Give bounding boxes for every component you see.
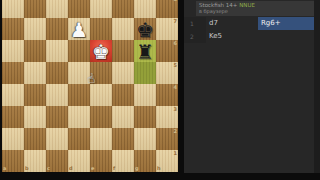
square-a5[interactable] xyxy=(2,62,24,84)
file-label-c: c xyxy=(47,166,50,171)
piece-white-king[interactable]: ♚ xyxy=(90,40,112,62)
square-b8[interactable] xyxy=(24,0,46,18)
square-c3[interactable] xyxy=(46,106,68,128)
square-d2[interactable] xyxy=(68,128,90,150)
square-a4[interactable] xyxy=(2,84,24,106)
rank-label-8: 8 xyxy=(174,0,177,2)
square-b5[interactable] xyxy=(24,62,46,84)
square-f8[interactable] xyxy=(112,0,134,18)
square-f1[interactable]: f xyxy=(112,150,134,172)
square-c8[interactable] xyxy=(46,0,68,18)
square-b3[interactable] xyxy=(24,106,46,128)
square-b2[interactable] xyxy=(24,128,46,150)
square-g5[interactable] xyxy=(134,62,156,84)
square-c4[interactable] xyxy=(46,84,68,106)
rank-label-4: 4 xyxy=(174,85,177,90)
move-row-1: 1d7Rg6+ xyxy=(184,17,314,30)
square-a6[interactable] xyxy=(2,40,24,62)
square-e2[interactable] xyxy=(90,128,112,150)
file-label-a: a xyxy=(3,166,6,171)
file-label-b: b xyxy=(25,166,29,171)
move-row-2: 2Ke5 xyxy=(184,30,314,43)
engine-nnue-badge: NNUE xyxy=(239,2,255,8)
square-f7[interactable] xyxy=(112,18,134,40)
square-g8[interactable] xyxy=(134,0,156,18)
square-e1[interactable]: e xyxy=(90,150,112,172)
square-a3[interactable] xyxy=(2,106,24,128)
move-white-d7[interactable]: d7 xyxy=(206,17,258,30)
square-e5[interactable] xyxy=(90,62,112,84)
square-h7[interactable]: 7 xyxy=(156,18,178,40)
square-e7[interactable] xyxy=(90,18,112,40)
move-black-Rg6+[interactable]: Rg6+ xyxy=(258,17,314,30)
file-label-g: g xyxy=(135,166,139,171)
square-f2[interactable] xyxy=(112,128,134,150)
piece-black-rook[interactable]: ♜ xyxy=(134,40,156,62)
square-d1[interactable]: d xyxy=(68,150,90,172)
panel-right-edge xyxy=(314,0,320,173)
square-d5[interactable] xyxy=(68,62,90,84)
square-c5[interactable] xyxy=(46,62,68,84)
square-b1[interactable]: b xyxy=(24,150,46,172)
square-a7[interactable] xyxy=(2,18,24,40)
square-d7[interactable]: ♟ xyxy=(68,18,90,40)
square-b6[interactable] xyxy=(24,40,46,62)
square-h5[interactable]: 5 xyxy=(156,62,178,84)
rank-label-2: 2 xyxy=(174,129,177,134)
file-label-e: e xyxy=(91,166,94,171)
square-c2[interactable] xyxy=(46,128,68,150)
engine-location: в браузере xyxy=(199,8,311,14)
move-white-Ke5[interactable]: Ke5 xyxy=(206,30,258,43)
square-a8[interactable] xyxy=(2,0,24,18)
move-list: 1d7Rg6+2Ke5 xyxy=(184,17,314,43)
rank-label-6: 6 xyxy=(174,41,177,46)
square-c7[interactable] xyxy=(46,18,68,40)
square-e6[interactable]: ♚ xyxy=(90,40,112,62)
engine-header: Stockfish 14+ NNUE в браузере xyxy=(196,1,314,16)
move-number: 1 xyxy=(184,17,206,30)
rank-label-3: 3 xyxy=(174,107,177,112)
square-h3[interactable]: 3 xyxy=(156,106,178,128)
square-f3[interactable] xyxy=(112,106,134,128)
square-e3[interactable] xyxy=(90,106,112,128)
file-label-d: d xyxy=(69,166,73,171)
square-d4[interactable] xyxy=(68,84,90,106)
square-h6[interactable]: 6 xyxy=(156,40,178,62)
square-f4[interactable] xyxy=(112,84,134,106)
piece-black-king[interactable]: ♚ xyxy=(134,18,156,40)
square-c6[interactable] xyxy=(46,40,68,62)
square-e4[interactable] xyxy=(90,84,112,106)
square-g4[interactable] xyxy=(134,84,156,106)
file-label-f: f xyxy=(113,166,115,171)
square-h4[interactable]: 4 xyxy=(156,84,178,106)
analysis-panel: Stockfish 14+ NNUE в браузере 1d7Rg6+2Ke… xyxy=(184,0,314,173)
square-f6[interactable] xyxy=(112,40,134,62)
square-g6[interactable]: ♜ xyxy=(134,40,156,62)
move-black-empty xyxy=(258,30,314,43)
square-d6[interactable] xyxy=(68,40,90,62)
move-number: 2 xyxy=(184,30,206,43)
square-e8[interactable] xyxy=(90,0,112,18)
square-g1[interactable]: g xyxy=(134,150,156,172)
square-d8[interactable] xyxy=(68,0,90,18)
square-h2[interactable]: 2 xyxy=(156,128,178,150)
file-label-h: h xyxy=(157,166,161,171)
square-b4[interactable] xyxy=(24,84,46,106)
square-g7[interactable]: ♚ xyxy=(134,18,156,40)
square-f5[interactable] xyxy=(112,62,134,84)
rank-label-1: 1 xyxy=(174,151,177,156)
square-d3[interactable] xyxy=(68,106,90,128)
square-h8[interactable]: 8 xyxy=(156,0,178,18)
square-g2[interactable] xyxy=(134,128,156,150)
square-c1[interactable]: c xyxy=(46,150,68,172)
square-h1[interactable]: 1h xyxy=(156,150,178,172)
rank-label-7: 7 xyxy=(174,19,177,24)
square-a1[interactable]: a xyxy=(2,150,24,172)
square-g3[interactable] xyxy=(134,106,156,128)
rank-label-5: 5 xyxy=(174,63,177,68)
chess-board: 8♟♚7♚♜65432abcdefg1h xyxy=(2,0,178,172)
square-b7[interactable] xyxy=(24,18,46,40)
square-a2[interactable] xyxy=(2,128,24,150)
piece-white-pawn[interactable]: ♟ xyxy=(68,18,90,40)
